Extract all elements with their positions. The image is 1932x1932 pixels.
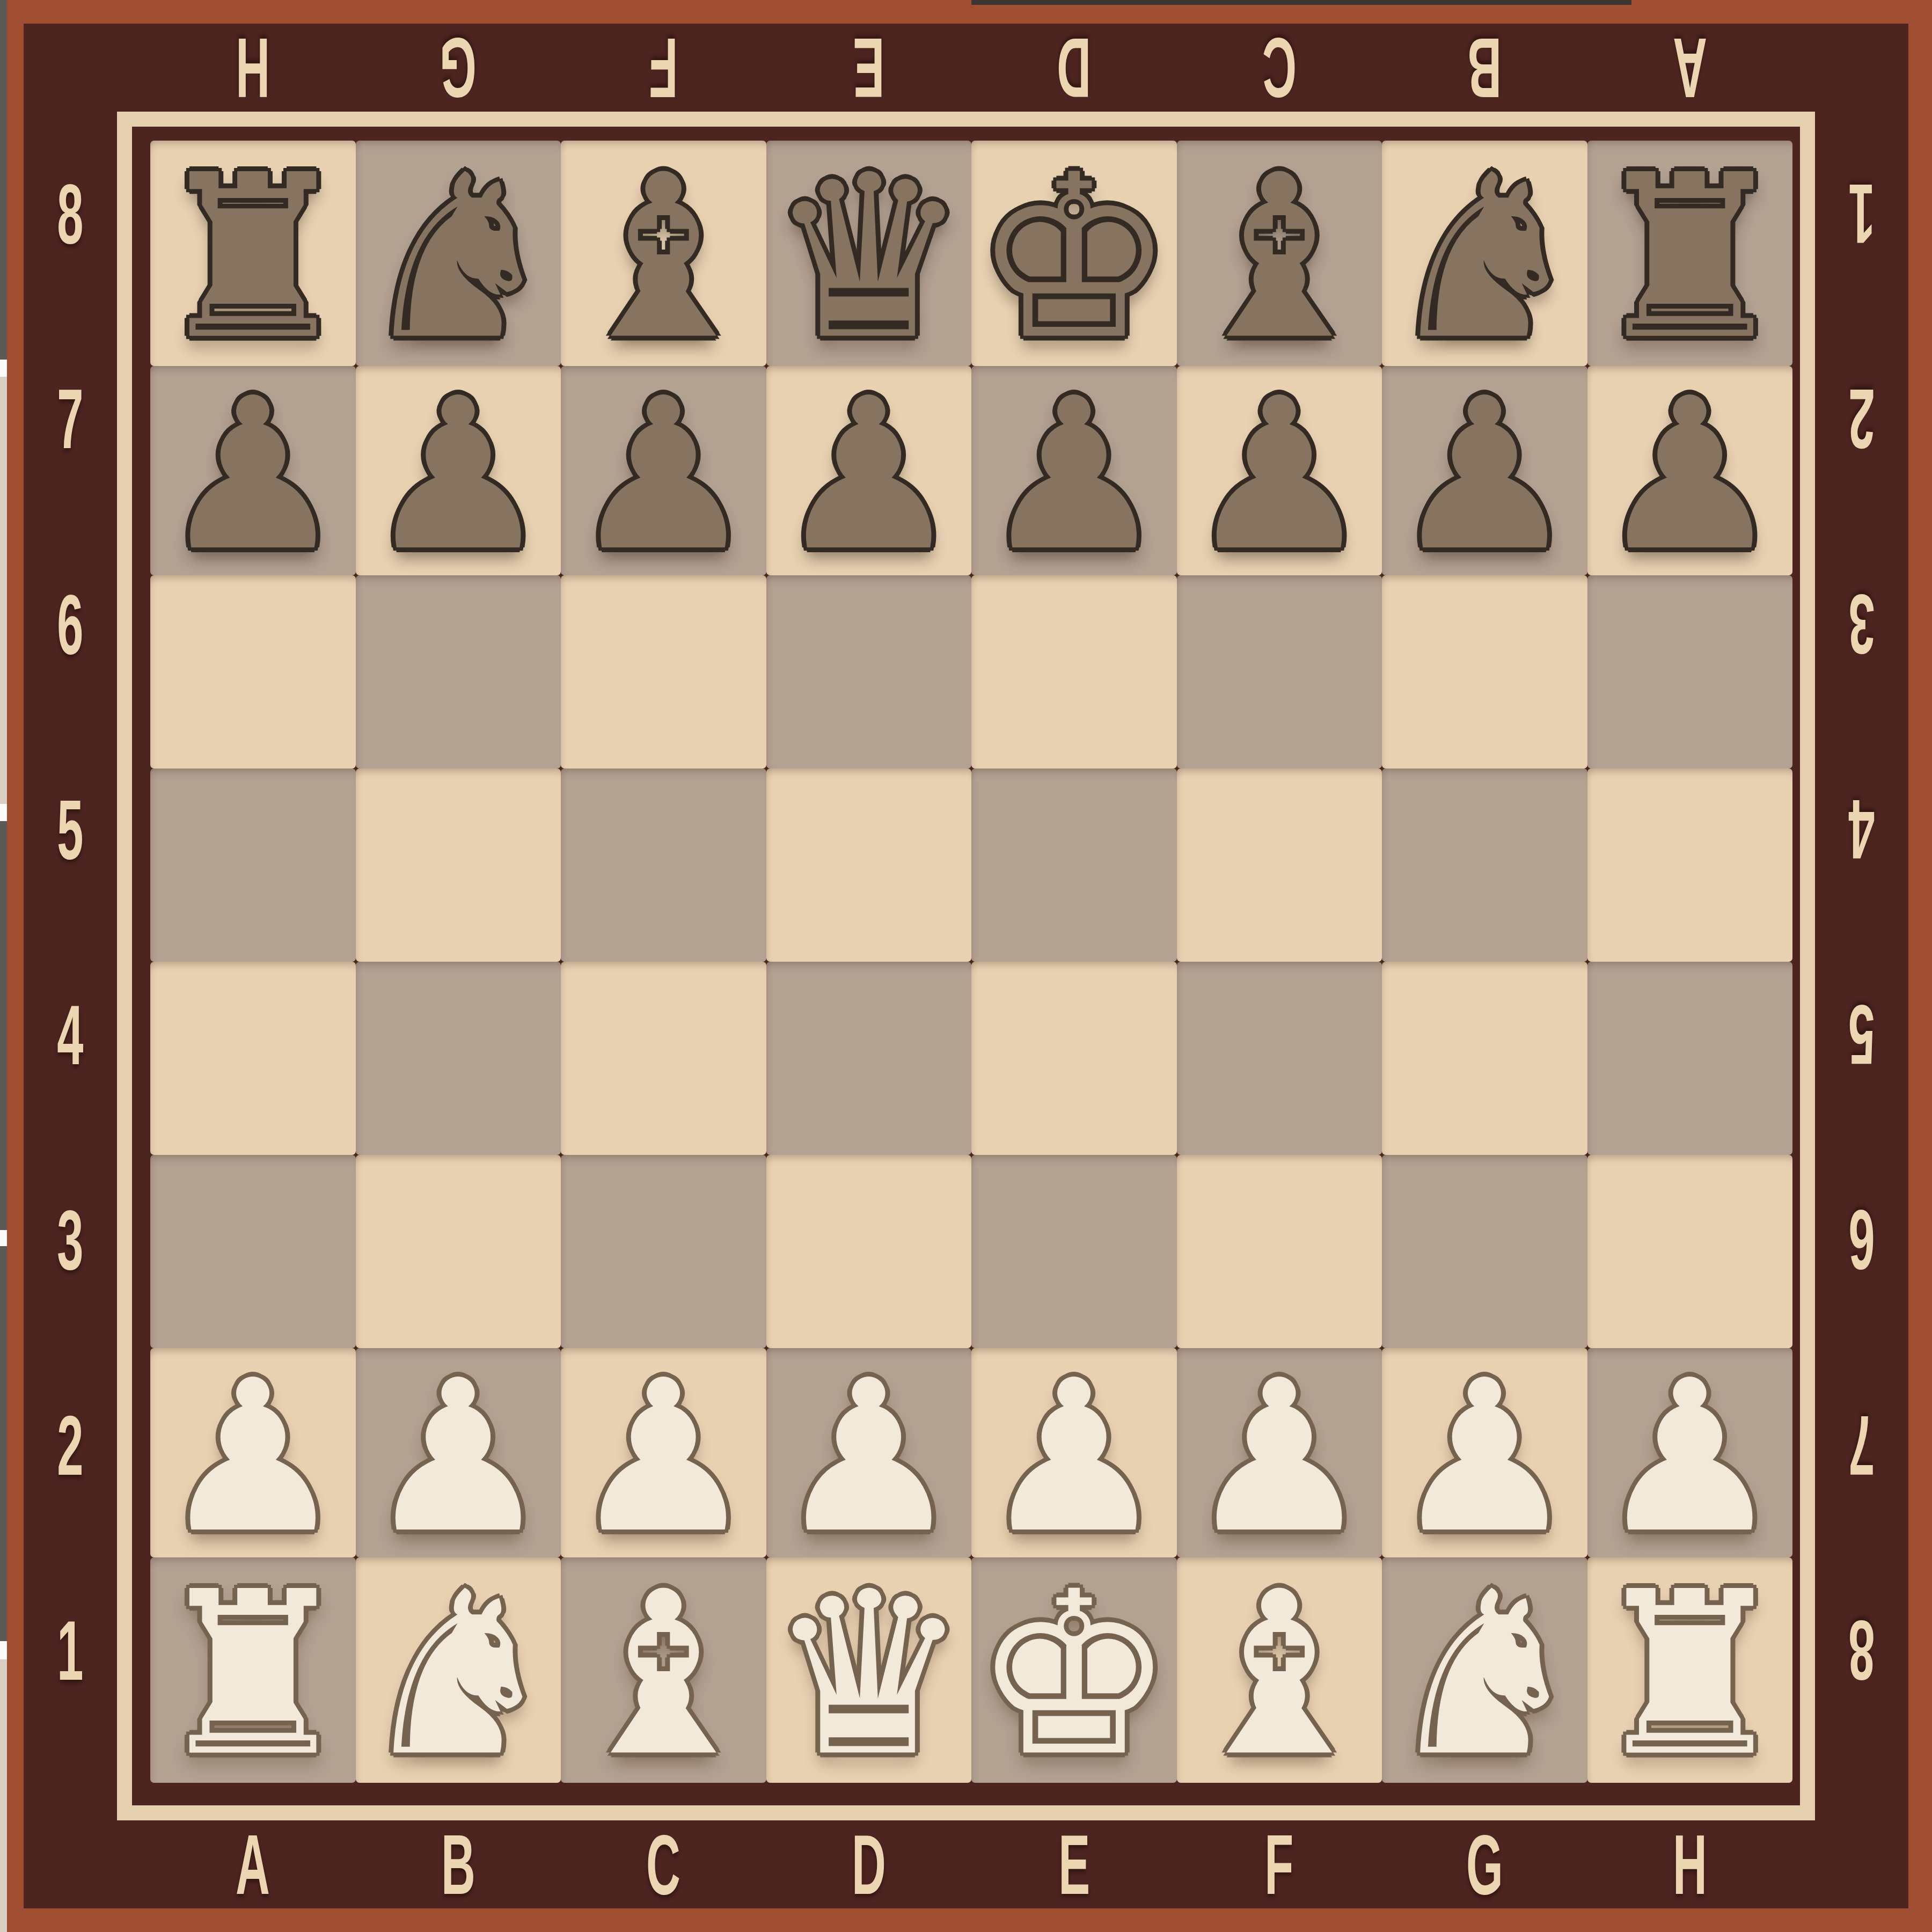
square-b8[interactable]: ♞ xyxy=(356,141,561,366)
square-a8[interactable]: ♜ xyxy=(150,141,356,366)
left-edge-artifact xyxy=(0,821,7,1230)
square-b6[interactable] xyxy=(356,575,561,769)
rank-label-right-1: 1 xyxy=(1848,165,1875,262)
piece-white-king[interactable]: ♚ xyxy=(973,1562,1175,1787)
square-b3[interactable] xyxy=(356,1155,561,1348)
left-edge-artifact xyxy=(0,0,7,360)
rank-label-right-cell: 5 xyxy=(1815,962,1908,1167)
square-a5[interactable] xyxy=(150,769,356,962)
square-d1[interactable]: ♛ xyxy=(766,1557,972,1783)
rank-label-left-cell: 4 xyxy=(24,962,117,1167)
file-label-bottom-cell: B xyxy=(356,1820,561,1908)
rank-label-right-6: 6 xyxy=(1848,1191,1875,1289)
square-h2[interactable]: ♟ xyxy=(1587,1348,1793,1557)
piece-white-pawn[interactable]: ♟ xyxy=(1391,1352,1578,1562)
piece-black-pawn[interactable]: ♟ xyxy=(1391,370,1578,580)
file-label-bottom-cell: G xyxy=(1382,1820,1587,1908)
file-label-bottom-cell: C xyxy=(561,1820,766,1908)
board-squares: ♜♞♝♛♚♝♞♜♟♟♟♟♟♟♟♟♟♟♟♟♟♟♟♟♜♞♝♛♚♝♞♜ xyxy=(150,141,1792,1783)
piece-white-pawn[interactable]: ♟ xyxy=(569,1352,757,1562)
square-c7[interactable]: ♟ xyxy=(561,366,766,575)
square-g6[interactable] xyxy=(1382,575,1587,769)
rank-label-right-8: 8 xyxy=(1848,1602,1875,1699)
square-h8[interactable]: ♜ xyxy=(1587,141,1793,366)
piece-black-pawn[interactable]: ♟ xyxy=(980,370,1168,580)
square-e8[interactable]: ♚ xyxy=(971,141,1177,366)
piece-black-knight[interactable]: ♞ xyxy=(1384,145,1586,370)
square-c5[interactable] xyxy=(561,769,766,962)
square-c1[interactable]: ♝ xyxy=(561,1557,766,1783)
file-label-bottom-cell: H xyxy=(1587,1820,1793,1908)
file-label-top-g: G xyxy=(440,19,477,116)
square-a2[interactable]: ♟ xyxy=(150,1348,356,1557)
square-d3[interactable] xyxy=(766,1155,972,1348)
rank-labels-right: 12345678 xyxy=(1815,141,1908,1783)
piece-black-king[interactable]: ♚ xyxy=(973,145,1175,370)
file-label-top-cell: B xyxy=(1382,24,1587,112)
left-edge-artifact xyxy=(0,804,7,821)
file-label-bottom-c: C xyxy=(646,1816,680,1913)
square-h3[interactable] xyxy=(1587,1155,1793,1348)
square-a7[interactable]: ♟ xyxy=(150,366,356,575)
square-f5[interactable] xyxy=(1177,769,1382,962)
square-f8[interactable]: ♝ xyxy=(1177,141,1382,366)
square-c2[interactable]: ♟ xyxy=(561,1348,766,1557)
rank-label-left-2: 2 xyxy=(57,1397,83,1494)
square-a6[interactable] xyxy=(150,575,356,769)
top-edge-artifact xyxy=(971,0,1631,5)
square-d4[interactable] xyxy=(766,962,972,1155)
square-c4[interactable] xyxy=(561,962,766,1155)
square-a4[interactable] xyxy=(150,962,356,1155)
file-label-bottom-cell: E xyxy=(971,1820,1177,1908)
rank-label-left-3: 3 xyxy=(57,1191,83,1289)
rank-labels-left: 87654321 xyxy=(24,141,117,1783)
square-h4[interactable] xyxy=(1587,962,1793,1155)
rank-label-left-cell: 2 xyxy=(24,1372,117,1578)
file-label-top-cell: H xyxy=(150,24,356,112)
square-g4[interactable] xyxy=(1382,962,1587,1155)
file-label-top-cell: C xyxy=(1177,24,1382,112)
square-g3[interactable] xyxy=(1382,1155,1587,1348)
piece-black-knight[interactable]: ♞ xyxy=(357,145,559,370)
file-label-top-cell: E xyxy=(766,24,972,112)
square-e7[interactable]: ♟ xyxy=(971,366,1177,575)
square-g7[interactable]: ♟ xyxy=(1382,366,1587,575)
file-label-top-b: B xyxy=(1467,19,1502,116)
file-label-top-f: F xyxy=(649,19,678,116)
square-d8[interactable]: ♛ xyxy=(766,141,972,366)
piece-black-rook[interactable]: ♜ xyxy=(1589,145,1791,370)
left-edge-artifact xyxy=(0,1246,7,1641)
left-edge-artifact xyxy=(0,360,7,377)
file-label-bottom-f: F xyxy=(1265,1816,1294,1913)
file-label-top-cell: A xyxy=(1587,24,1793,112)
file-label-top-c: C xyxy=(1262,19,1297,116)
left-edge-artifact xyxy=(0,1230,7,1246)
file-label-bottom-cell: D xyxy=(766,1820,972,1908)
rank-label-left-8: 8 xyxy=(57,165,83,262)
piece-white-pawn[interactable]: ♟ xyxy=(1185,1352,1373,1562)
square-f3[interactable] xyxy=(1177,1155,1382,1348)
left-edge-artifact xyxy=(0,1641,7,1659)
piece-white-knight[interactable]: ♞ xyxy=(1384,1562,1586,1787)
piece-white-pawn[interactable]: ♟ xyxy=(1596,1352,1784,1562)
piece-black-pawn[interactable]: ♟ xyxy=(159,370,347,580)
square-h1[interactable]: ♜ xyxy=(1587,1557,1793,1783)
square-e1[interactable]: ♚ xyxy=(971,1557,1177,1783)
piece-white-rook[interactable]: ♜ xyxy=(152,1562,354,1787)
rank-label-right-cell: 2 xyxy=(1815,346,1908,552)
square-b4[interactable] xyxy=(356,962,561,1155)
piece-black-bishop[interactable]: ♝ xyxy=(562,145,765,370)
file-label-bottom-g: G xyxy=(1466,1816,1503,1913)
rank-label-left-4: 4 xyxy=(57,986,83,1084)
file-label-top-cell: F xyxy=(561,24,766,112)
rank-label-right-cell: 4 xyxy=(1815,757,1908,962)
square-h6[interactable] xyxy=(1587,575,1793,769)
square-d2[interactable]: ♟ xyxy=(766,1348,972,1557)
square-e2[interactable]: ♟ xyxy=(971,1348,1177,1557)
square-c6[interactable] xyxy=(561,575,766,769)
square-f4[interactable] xyxy=(1177,962,1382,1155)
square-g1[interactable]: ♞ xyxy=(1382,1557,1587,1783)
piece-black-rook[interactable]: ♜ xyxy=(152,145,354,370)
file-label-top-a: A xyxy=(1673,19,1707,116)
square-d6[interactable] xyxy=(766,575,972,769)
file-label-bottom-h: H xyxy=(1673,1816,1707,1913)
rank-label-right-cell: 6 xyxy=(1815,1167,1908,1373)
piece-white-pawn[interactable]: ♟ xyxy=(980,1352,1168,1562)
file-label-top-d: D xyxy=(1057,19,1091,116)
chessboard-widget: HGFEDCBA ABCDEFGH 87654321 12345678 ♜♞♝♛… xyxy=(0,0,1932,1932)
square-f1[interactable]: ♝ xyxy=(1177,1557,1382,1783)
file-label-bottom-b: B xyxy=(441,1816,475,1913)
rank-label-right-cell: 3 xyxy=(1815,551,1908,757)
piece-white-queen[interactable]: ♛ xyxy=(767,1562,970,1787)
square-g2[interactable]: ♟ xyxy=(1382,1348,1587,1557)
square-g5[interactable] xyxy=(1382,769,1587,962)
square-b5[interactable] xyxy=(356,769,561,962)
file-label-bottom-cell: A xyxy=(150,1820,356,1908)
rank-label-left-cell: 8 xyxy=(24,141,117,346)
piece-black-bishop[interactable]: ♝ xyxy=(1178,145,1380,370)
rank-label-right-2: 2 xyxy=(1848,370,1875,467)
file-label-bottom-e: E xyxy=(1058,1816,1090,1913)
rank-label-left-cell: 5 xyxy=(24,757,117,962)
square-e6[interactable] xyxy=(971,575,1177,769)
file-label-top-cell: D xyxy=(971,24,1177,112)
rank-label-right-7: 7 xyxy=(1848,1397,1875,1494)
file-labels-bottom: ABCDEFGH xyxy=(150,1820,1792,1908)
piece-black-pawn[interactable]: ♟ xyxy=(1185,370,1373,580)
rank-label-right-3: 3 xyxy=(1848,576,1875,673)
square-b1[interactable]: ♞ xyxy=(356,1557,561,1783)
piece-white-bishop[interactable]: ♝ xyxy=(1178,1562,1380,1787)
rank-label-right-4: 4 xyxy=(1848,781,1875,878)
square-e5[interactable] xyxy=(971,769,1177,962)
piece-black-pawn[interactable]: ♟ xyxy=(569,370,757,580)
rank-label-left-5: 5 xyxy=(57,781,83,878)
left-edge-artifact xyxy=(0,1659,7,1932)
piece-white-pawn[interactable]: ♟ xyxy=(775,1352,963,1562)
rank-label-left-cell: 7 xyxy=(24,346,117,552)
piece-white-pawn[interactable]: ♟ xyxy=(159,1352,347,1562)
rank-label-right-5: 5 xyxy=(1848,986,1875,1084)
piece-black-pawn[interactable]: ♟ xyxy=(775,370,963,580)
square-d7[interactable]: ♟ xyxy=(766,366,972,575)
square-f6[interactable] xyxy=(1177,575,1382,769)
rank-label-left-cell: 1 xyxy=(24,1578,117,1783)
file-label-bottom-d: D xyxy=(852,1816,886,1913)
square-a3[interactable] xyxy=(150,1155,356,1348)
square-h5[interactable] xyxy=(1587,769,1793,962)
square-c3[interactable] xyxy=(561,1155,766,1348)
file-label-top-h: H xyxy=(236,19,270,116)
square-e3[interactable] xyxy=(971,1155,1177,1348)
square-h7[interactable]: ♟ xyxy=(1587,366,1793,575)
file-label-bottom-a: A xyxy=(236,1816,270,1913)
square-e4[interactable] xyxy=(971,962,1177,1155)
rank-label-left-cell: 3 xyxy=(24,1167,117,1373)
piece-white-rook[interactable]: ♜ xyxy=(1589,1562,1791,1787)
file-label-top-cell: G xyxy=(356,24,561,112)
rank-label-left-cell: 6 xyxy=(24,551,117,757)
square-b2[interactable]: ♟ xyxy=(356,1348,561,1557)
piece-white-pawn[interactable]: ♟ xyxy=(364,1352,552,1562)
rank-label-right-cell: 1 xyxy=(1815,141,1908,346)
piece-black-pawn[interactable]: ♟ xyxy=(364,370,552,580)
square-b7[interactable]: ♟ xyxy=(356,366,561,575)
piece-white-knight[interactable]: ♞ xyxy=(357,1562,559,1787)
piece-black-pawn[interactable]: ♟ xyxy=(1596,370,1784,580)
left-edge-artifact xyxy=(0,377,7,804)
square-g8[interactable]: ♞ xyxy=(1382,141,1587,366)
piece-white-bishop[interactable]: ♝ xyxy=(562,1562,765,1787)
piece-black-queen[interactable]: ♛ xyxy=(767,145,970,370)
square-a1[interactable]: ♜ xyxy=(150,1557,356,1783)
square-c8[interactable]: ♝ xyxy=(561,141,766,366)
file-labels-top: HGFEDCBA xyxy=(150,24,1792,112)
square-f2[interactable]: ♟ xyxy=(1177,1348,1382,1557)
rank-label-left-7: 7 xyxy=(57,370,83,467)
rank-label-right-cell: 7 xyxy=(1815,1372,1908,1578)
file-label-bottom-cell: F xyxy=(1177,1820,1382,1908)
rank-label-left-1: 1 xyxy=(57,1602,83,1699)
square-f7[interactable]: ♟ xyxy=(1177,366,1382,575)
file-label-top-e: E xyxy=(853,19,884,116)
rank-label-left-6: 6 xyxy=(57,576,83,673)
square-d5[interactable] xyxy=(766,769,972,962)
rank-label-right-cell: 8 xyxy=(1815,1578,1908,1783)
